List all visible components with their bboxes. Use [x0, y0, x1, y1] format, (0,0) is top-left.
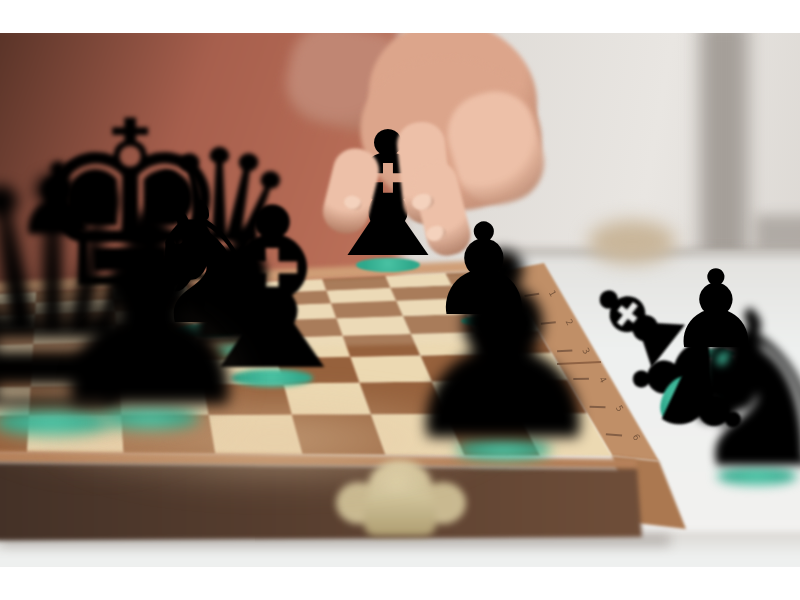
piece-layer: ♟♚♛♞♟♟♝♝♝♟♟♟♛♟♟♞	[0, 0, 800, 600]
white-knight-table[interactable]: ♞	[649, 283, 800, 499]
white-pawn-left[interactable]: ♟	[18, 182, 281, 445]
white-pawn-center[interactable]: ♟	[375, 220, 632, 477]
bottom-margin	[0, 567, 800, 600]
top-margin	[0, 0, 800, 33]
scene: 123456 ♟♚♛♞♟♟♝♝♝♟♟♟♛♟♟♞	[0, 0, 800, 600]
photo-frame: 123456 ♟♚♛♞♟♟♝♝♝♟♟♟♛♟♟♞	[0, 0, 800, 600]
